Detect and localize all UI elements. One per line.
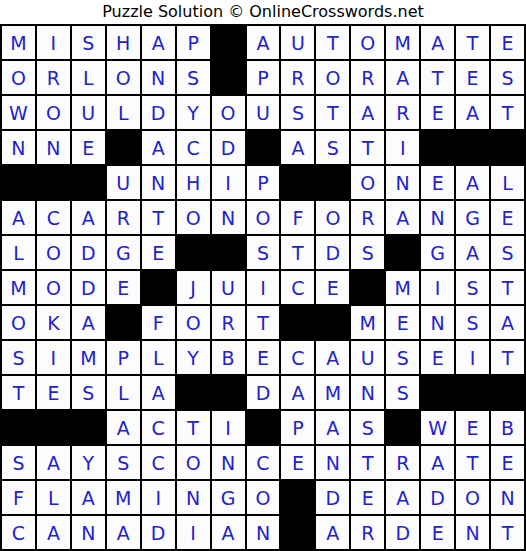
letter-cell-r13c1: S [2, 446, 35, 479]
letter-cell-r10c6: Y [177, 341, 210, 374]
letter-cell-r4c11: T [351, 131, 384, 164]
letter-cell-r13c5: C [142, 446, 175, 479]
letter-cell-r9c12: E [386, 306, 419, 339]
letter-cell-r4c7: D [212, 131, 245, 164]
letter-cell-r9c7: R [212, 306, 245, 339]
letter-cell-r12c15: B [491, 411, 524, 444]
letter-cell-r7c2: O [37, 236, 70, 269]
letter-cell-r12c10: A [316, 411, 349, 444]
letter-cell-r14c12: A [386, 481, 419, 514]
letter-cell-r1c14: T [456, 26, 489, 59]
letter-cell-r7c4: G [107, 236, 140, 269]
letter-cell-r4c10: S [316, 131, 349, 164]
letter-cell-r3c6: Y [177, 96, 210, 129]
letter-cell-r13c11: T [351, 446, 384, 479]
letter-cell-r12c13: W [421, 411, 454, 444]
block-cell-r7c12 [386, 236, 419, 269]
letter-cell-r8c8: I [247, 271, 280, 304]
block-cell-r15c9 [281, 516, 314, 549]
letter-cell-r8c9: C [281, 271, 314, 304]
letter-cell-r5c15: L [491, 166, 524, 199]
letter-cell-r7c3: D [72, 236, 105, 269]
letter-cell-r5c11: O [351, 166, 384, 199]
letter-cell-r1c9: U [281, 26, 314, 59]
block-cell-r4c15 [491, 131, 524, 164]
letter-cell-r14c4: M [107, 481, 140, 514]
letter-cell-r12c9: P [281, 411, 314, 444]
letter-cell-r11c1: T [2, 376, 35, 409]
letter-cell-r5c4: U [107, 166, 140, 199]
letter-cell-r10c2: I [37, 341, 70, 374]
puzzle-solution-page: Puzzle Solution © OnlineCrosswords.net M… [0, 0, 526, 551]
block-cell-r11c13 [421, 376, 454, 409]
letter-cell-r2c2: R [37, 61, 70, 94]
letter-cell-r1c2: I [37, 26, 70, 59]
letter-cell-r9c5: F [142, 306, 175, 339]
letter-cell-r9c6: O [177, 306, 210, 339]
letter-cell-r2c3: L [72, 61, 105, 94]
letter-cell-r15c13: E [421, 516, 454, 549]
letter-cell-r6c4: R [107, 201, 140, 234]
letter-cell-r10c15: T [491, 341, 524, 374]
letter-cell-r8c6: J [177, 271, 210, 304]
letter-cell-r9c14: S [456, 306, 489, 339]
letter-cell-r13c2: A [37, 446, 70, 479]
letter-cell-r2c12: A [386, 61, 419, 94]
letter-cell-r11c2: E [37, 376, 70, 409]
block-cell-r12c12 [386, 411, 419, 444]
letter-cell-r4c6: C [177, 131, 210, 164]
letter-cell-r15c2: A [37, 516, 70, 549]
letter-cell-r6c11: R [351, 201, 384, 234]
block-cell-r11c7 [212, 376, 245, 409]
block-cell-r12c3 [72, 411, 105, 444]
letter-cell-r13c7: N [212, 446, 245, 479]
letter-cell-r14c1: F [2, 481, 35, 514]
letter-cell-r14c2: L [37, 481, 70, 514]
letter-cell-r3c7: O [212, 96, 245, 129]
letter-cell-r15c3: N [72, 516, 105, 549]
letter-cell-r1c8: A [247, 26, 280, 59]
block-cell-r7c7 [212, 236, 245, 269]
letter-cell-r9c1: O [2, 306, 35, 339]
block-cell-r5c2 [37, 166, 70, 199]
block-cell-r7c6 [177, 236, 210, 269]
letter-cell-r13c13: A [421, 446, 454, 479]
letter-cell-r7c15: S [491, 236, 524, 269]
page-title: Puzzle Solution © OnlineCrosswords.net [0, 0, 526, 24]
letter-cell-r12c4: A [107, 411, 140, 444]
letter-cell-r15c7: A [212, 516, 245, 549]
block-cell-r4c8 [247, 131, 280, 164]
letter-cell-r14c15: N [491, 481, 524, 514]
letter-cell-r11c3: S [72, 376, 105, 409]
letter-cell-r1c15: E [491, 26, 524, 59]
letter-cell-r10c10: A [316, 341, 349, 374]
block-cell-r11c14 [456, 376, 489, 409]
letter-cell-r10c12: S [386, 341, 419, 374]
block-cell-r9c10 [316, 306, 349, 339]
letter-cell-r15c1: C [2, 516, 35, 549]
letter-cell-r5c7: I [212, 166, 245, 199]
letter-cell-r6c2: C [37, 201, 70, 234]
letter-cell-r15c5: D [142, 516, 175, 549]
letter-cell-r3c5: D [142, 96, 175, 129]
letter-cell-r2c9: R [281, 61, 314, 94]
letter-cell-r15c12: D [386, 516, 419, 549]
letter-cell-r6c13: N [421, 201, 454, 234]
letter-cell-r9c2: K [37, 306, 70, 339]
letter-cell-r11c8: D [247, 376, 280, 409]
block-cell-r5c1 [2, 166, 35, 199]
letter-cell-r13c15: E [491, 446, 524, 479]
letter-cell-r2c1: O [2, 61, 35, 94]
letter-cell-r10c1: S [2, 341, 35, 374]
letter-cell-r14c10: D [316, 481, 349, 514]
letter-cell-r6c6: O [177, 201, 210, 234]
block-cell-r12c2 [37, 411, 70, 444]
letter-cell-r6c8: O [247, 201, 280, 234]
block-cell-r1c7 [212, 26, 245, 59]
letter-cell-r1c12: M [386, 26, 419, 59]
letter-cell-r7c11: S [351, 236, 384, 269]
letter-cell-r8c10: E [316, 271, 349, 304]
letter-cell-r12c7: I [212, 411, 245, 444]
letter-cell-r8c13: I [421, 271, 454, 304]
letter-cell-r9c3: A [72, 306, 105, 339]
block-cell-r5c10 [316, 166, 349, 199]
letter-cell-r8c3: D [72, 271, 105, 304]
letter-cell-r15c6: I [177, 516, 210, 549]
letter-cell-r4c3: E [72, 131, 105, 164]
letter-cell-r14c7: G [212, 481, 245, 514]
letter-cell-r5c8: P [247, 166, 280, 199]
letter-cell-r7c8: S [247, 236, 280, 269]
letter-cell-r10c8: E [247, 341, 280, 374]
letter-cell-r14c11: E [351, 481, 384, 514]
letter-cell-r3c1: W [2, 96, 35, 129]
letter-cell-r3c12: R [386, 96, 419, 129]
letter-cell-r11c11: N [351, 376, 384, 409]
letter-cell-r2c11: R [351, 61, 384, 94]
letter-cell-r12c5: C [142, 411, 175, 444]
letter-cell-r6c9: F [281, 201, 314, 234]
letter-cell-r14c6: N [177, 481, 210, 514]
letter-cell-r13c9: E [281, 446, 314, 479]
letter-cell-r2c10: O [316, 61, 349, 94]
letter-cell-r15c14: N [456, 516, 489, 549]
letter-cell-r14c14: O [456, 481, 489, 514]
letter-cell-r1c3: S [72, 26, 105, 59]
letter-cell-r1c6: P [177, 26, 210, 59]
letter-cell-r14c3: A [72, 481, 105, 514]
letter-cell-r13c8: C [247, 446, 280, 479]
letter-cell-r3c8: U [247, 96, 280, 129]
letter-cell-r3c13: E [421, 96, 454, 129]
letter-cell-r5c14: A [456, 166, 489, 199]
letter-cell-r6c10: O [316, 201, 349, 234]
block-cell-r4c14 [456, 131, 489, 164]
letter-cell-r13c4: S [107, 446, 140, 479]
letter-cell-r9c13: N [421, 306, 454, 339]
letter-cell-r5c12: N [386, 166, 419, 199]
block-cell-r11c6 [177, 376, 210, 409]
letter-cell-r3c15: T [491, 96, 524, 129]
letter-cell-r2c13: T [421, 61, 454, 94]
letter-cell-r13c10: N [316, 446, 349, 479]
block-cell-r8c11 [351, 271, 384, 304]
letter-cell-r4c9: A [281, 131, 314, 164]
letter-cell-r9c8: T [247, 306, 280, 339]
letter-cell-r3c9: S [281, 96, 314, 129]
letter-cell-r7c9: T [281, 236, 314, 269]
letter-cell-r7c10: D [316, 236, 349, 269]
letter-cell-r7c1: L [2, 236, 35, 269]
letter-cell-r7c13: G [421, 236, 454, 269]
letter-cell-r11c9: A [281, 376, 314, 409]
block-cell-r12c1 [2, 411, 35, 444]
letter-cell-r3c4: L [107, 96, 140, 129]
letter-cell-r9c11: M [351, 306, 384, 339]
letter-cell-r6c5: T [142, 201, 175, 234]
letter-cell-r8c14: S [456, 271, 489, 304]
block-cell-r12c8 [247, 411, 280, 444]
letter-cell-r8c7: U [212, 271, 245, 304]
letter-cell-r10c4: P [107, 341, 140, 374]
block-cell-r4c13 [421, 131, 454, 164]
block-cell-r2c7 [212, 61, 245, 94]
letter-cell-r15c11: R [351, 516, 384, 549]
letter-cell-r15c15: T [491, 516, 524, 549]
letter-cell-r10c5: L [142, 341, 175, 374]
letter-cell-r13c6: O [177, 446, 210, 479]
letter-cell-r3c3: U [72, 96, 105, 129]
letter-cell-r13c14: T [456, 446, 489, 479]
letter-cell-r4c2: N [37, 131, 70, 164]
letter-cell-r3c10: T [316, 96, 349, 129]
letter-cell-r1c5: A [142, 26, 175, 59]
crossword-grid: MISHAPAUTOMATEORLONSPRORATESWOULDYOUSTAR… [0, 24, 526, 551]
letter-cell-r10c11: U [351, 341, 384, 374]
letter-cell-r2c8: P [247, 61, 280, 94]
letter-cell-r5c5: N [142, 166, 175, 199]
letter-cell-r11c5: A [142, 376, 175, 409]
letter-cell-r12c14: E [456, 411, 489, 444]
letter-cell-r12c11: S [351, 411, 384, 444]
letter-cell-r2c14: E [456, 61, 489, 94]
letter-cell-r13c12: R [386, 446, 419, 479]
letter-cell-r8c1: M [2, 271, 35, 304]
letter-cell-r10c7: B [212, 341, 245, 374]
letter-cell-r6c15: E [491, 201, 524, 234]
letter-cell-r5c13: E [421, 166, 454, 199]
letter-cell-r11c12: S [386, 376, 419, 409]
letter-cell-r11c4: L [107, 376, 140, 409]
letter-cell-r1c11: O [351, 26, 384, 59]
letter-cell-r7c14: A [456, 236, 489, 269]
letter-cell-r8c12: M [386, 271, 419, 304]
block-cell-r4c4 [107, 131, 140, 164]
letter-cell-r1c4: H [107, 26, 140, 59]
letter-cell-r7c5: E [142, 236, 175, 269]
letter-cell-r6c1: A [2, 201, 35, 234]
letter-cell-r2c15: S [491, 61, 524, 94]
letter-cell-r3c14: A [456, 96, 489, 129]
letter-cell-r2c6: S [177, 61, 210, 94]
letter-cell-r4c1: N [2, 131, 35, 164]
letter-cell-r5c6: H [177, 166, 210, 199]
letter-cell-r11c10: M [316, 376, 349, 409]
letter-cell-r10c9: C [281, 341, 314, 374]
block-cell-r5c3 [72, 166, 105, 199]
letter-cell-r8c15: T [491, 271, 524, 304]
block-cell-r8c5 [142, 271, 175, 304]
letter-cell-r14c13: D [421, 481, 454, 514]
letter-cell-r13c3: Y [72, 446, 105, 479]
letter-cell-r8c2: O [37, 271, 70, 304]
letter-cell-r6c12: A [386, 201, 419, 234]
block-cell-r9c9 [281, 306, 314, 339]
letter-cell-r14c5: I [142, 481, 175, 514]
letter-cell-r6c3: A [72, 201, 105, 234]
letter-cell-r1c1: M [2, 26, 35, 59]
letter-cell-r8c4: E [107, 271, 140, 304]
letter-cell-r2c4: O [107, 61, 140, 94]
letter-cell-r15c4: A [107, 516, 140, 549]
block-cell-r11c15 [491, 376, 524, 409]
block-cell-r9c4 [107, 306, 140, 339]
letter-cell-r1c10: T [316, 26, 349, 59]
letter-cell-r4c12: I [386, 131, 419, 164]
block-cell-r5c9 [281, 166, 314, 199]
letter-cell-r12c6: T [177, 411, 210, 444]
letter-cell-r10c13: E [421, 341, 454, 374]
letter-cell-r6c14: G [456, 201, 489, 234]
letter-cell-r14c8: O [247, 481, 280, 514]
block-cell-r14c9 [281, 481, 314, 514]
letter-cell-r10c3: M [72, 341, 105, 374]
letter-cell-r9c15: A [491, 306, 524, 339]
letter-cell-r3c11: A [351, 96, 384, 129]
letter-cell-r15c10: A [316, 516, 349, 549]
letter-cell-r4c5: A [142, 131, 175, 164]
letter-cell-r3c2: O [37, 96, 70, 129]
letter-cell-r1c13: A [421, 26, 454, 59]
letter-cell-r15c8: N [247, 516, 280, 549]
letter-cell-r10c14: I [456, 341, 489, 374]
letter-cell-r2c5: N [142, 61, 175, 94]
letter-cell-r6c7: N [212, 201, 245, 234]
